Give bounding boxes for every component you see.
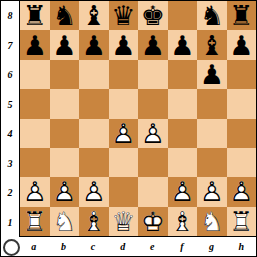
square-f8[interactable] bbox=[168, 1, 198, 30]
square-d7[interactable]: ♟ bbox=[109, 30, 139, 59]
white-to-move-indicator-icon bbox=[3, 239, 20, 256]
square-c7[interactable]: ♟ bbox=[79, 30, 109, 59]
square-c3[interactable] bbox=[79, 148, 109, 177]
square-f1[interactable]: ♝♗ bbox=[168, 207, 198, 236]
rank-label-1: 1 bbox=[1, 208, 19, 238]
white-king-e1: ♚♔ bbox=[138, 207, 168, 236]
square-h5[interactable] bbox=[227, 89, 257, 118]
white-knight-g1: ♞♘ bbox=[197, 207, 227, 236]
square-b6[interactable] bbox=[50, 60, 80, 89]
chess-board: ♜♞♝♛♚♞♜♟♟♟♟♟♟♝♟♟♟♙♟♙♟♙♟♙♟♙♟♙♟♙♟♙♜♖♞♘♝♗♛♕… bbox=[19, 1, 256, 237]
square-g1[interactable]: ♞♘ bbox=[197, 207, 227, 236]
black-pawn-c7: ♟ bbox=[79, 30, 109, 59]
square-d5[interactable] bbox=[109, 89, 139, 118]
white-pawn-e4: ♟♙ bbox=[138, 119, 168, 148]
black-pawn-g6: ♟ bbox=[197, 60, 227, 89]
white-pawn-b2: ♟♙ bbox=[50, 177, 80, 206]
square-c1[interactable]: ♝♗ bbox=[79, 207, 109, 236]
black-knight-g8: ♞ bbox=[197, 1, 227, 30]
white-pawn-c2: ♟♙ bbox=[79, 177, 109, 206]
square-a1[interactable]: ♜♖ bbox=[20, 207, 50, 236]
square-f2[interactable]: ♟♙ bbox=[168, 177, 198, 206]
square-c8[interactable]: ♝ bbox=[79, 1, 109, 30]
square-h7[interactable]: ♟ bbox=[227, 30, 257, 59]
black-pawn-d7: ♟ bbox=[109, 30, 139, 59]
square-a2[interactable]: ♟♙ bbox=[20, 177, 50, 206]
square-g4[interactable] bbox=[197, 119, 227, 148]
square-h1[interactable]: ♜♖ bbox=[227, 207, 257, 236]
black-king-e8: ♚ bbox=[138, 1, 168, 30]
file-label-c: c bbox=[78, 237, 108, 256]
black-pawn-e7: ♟ bbox=[138, 30, 168, 59]
square-h6[interactable] bbox=[227, 60, 257, 89]
rank-label-8: 8 bbox=[1, 1, 19, 31]
square-b1[interactable]: ♞♘ bbox=[50, 207, 80, 236]
white-pawn-g2: ♟♙ bbox=[197, 177, 227, 206]
file-labels: abcdefgh bbox=[19, 237, 256, 256]
file-label-e: e bbox=[138, 237, 168, 256]
square-f7[interactable]: ♟ bbox=[168, 30, 198, 59]
black-pawn-f7: ♟ bbox=[168, 30, 198, 59]
square-b5[interactable] bbox=[50, 89, 80, 118]
square-d3[interactable] bbox=[109, 148, 139, 177]
square-c2[interactable]: ♟♙ bbox=[79, 177, 109, 206]
square-e4[interactable]: ♟♙ bbox=[138, 119, 168, 148]
square-a8[interactable]: ♜ bbox=[20, 1, 50, 30]
chess-diagram: 87654321 ♜♞♝♛♚♞♜♟♟♟♟♟♟♝♟♟♟♙♟♙♟♙♟♙♟♙♟♙♟♙♟… bbox=[0, 0, 257, 257]
white-rook-h1: ♜♖ bbox=[227, 207, 257, 236]
square-h2[interactable]: ♟♙ bbox=[227, 177, 257, 206]
black-pawn-b7: ♟ bbox=[50, 30, 80, 59]
square-b4[interactable] bbox=[50, 119, 80, 148]
rank-label-7: 7 bbox=[1, 31, 19, 61]
square-h8[interactable]: ♜ bbox=[227, 1, 257, 30]
white-pawn-h2: ♟♙ bbox=[227, 177, 257, 206]
square-g2[interactable]: ♟♙ bbox=[197, 177, 227, 206]
black-bishop-c8: ♝ bbox=[79, 1, 109, 30]
square-d8[interactable]: ♛ bbox=[109, 1, 139, 30]
black-queen-d8: ♛ bbox=[109, 1, 139, 30]
white-bishop-c1: ♝♗ bbox=[79, 207, 109, 236]
black-rook-h8: ♜ bbox=[227, 1, 257, 30]
rank-label-5: 5 bbox=[1, 90, 19, 120]
file-label-f: f bbox=[167, 237, 197, 256]
black-knight-b8: ♞ bbox=[50, 1, 80, 30]
square-a3[interactable] bbox=[20, 148, 50, 177]
file-label-g: g bbox=[197, 237, 227, 256]
file-label-b: b bbox=[49, 237, 79, 256]
square-g3[interactable] bbox=[197, 148, 227, 177]
square-g6[interactable]: ♟ bbox=[197, 60, 227, 89]
file-label-d: d bbox=[108, 237, 138, 256]
rank-label-4: 4 bbox=[1, 119, 19, 149]
square-d4[interactable]: ♟♙ bbox=[109, 119, 139, 148]
square-d6[interactable] bbox=[109, 60, 139, 89]
turn-indicator-corner bbox=[1, 237, 19, 256]
square-g7[interactable]: ♝ bbox=[197, 30, 227, 59]
square-a7[interactable]: ♟ bbox=[20, 30, 50, 59]
square-c4[interactable] bbox=[79, 119, 109, 148]
square-b2[interactable]: ♟♙ bbox=[50, 177, 80, 206]
square-c6[interactable] bbox=[79, 60, 109, 89]
square-e1[interactable]: ♚♔ bbox=[138, 207, 168, 236]
white-rook-a1: ♜♖ bbox=[20, 207, 50, 236]
file-label-h: h bbox=[226, 237, 256, 256]
square-f5[interactable] bbox=[168, 89, 198, 118]
square-f6[interactable] bbox=[168, 60, 198, 89]
rank-label-3: 3 bbox=[1, 149, 19, 179]
white-bishop-f1: ♝♗ bbox=[168, 207, 198, 236]
square-g5[interactable] bbox=[197, 89, 227, 118]
white-pawn-f2: ♟♙ bbox=[168, 177, 198, 206]
white-pawn-d4: ♟♙ bbox=[109, 119, 139, 148]
black-rook-a8: ♜ bbox=[20, 1, 50, 30]
square-b7[interactable]: ♟ bbox=[50, 30, 80, 59]
square-g8[interactable]: ♞ bbox=[197, 1, 227, 30]
square-f3[interactable] bbox=[168, 148, 198, 177]
square-h3[interactable] bbox=[227, 148, 257, 177]
square-d2[interactable] bbox=[109, 177, 139, 206]
rank-labels: 87654321 bbox=[1, 1, 19, 237]
square-b8[interactable]: ♞ bbox=[50, 1, 80, 30]
rank-label-2: 2 bbox=[1, 178, 19, 208]
black-pawn-a7: ♟ bbox=[20, 30, 50, 59]
white-queen-d1: ♛♕ bbox=[109, 207, 139, 236]
square-a6[interactable] bbox=[20, 60, 50, 89]
black-pawn-h7: ♟ bbox=[227, 30, 257, 59]
square-f4[interactable] bbox=[168, 119, 198, 148]
square-e8[interactable]: ♚ bbox=[138, 1, 168, 30]
square-e2[interactable] bbox=[138, 177, 168, 206]
white-knight-b1: ♞♘ bbox=[50, 207, 80, 236]
square-b3[interactable] bbox=[50, 148, 80, 177]
square-e6[interactable] bbox=[138, 60, 168, 89]
file-label-a: a bbox=[19, 237, 49, 256]
square-e5[interactable] bbox=[138, 89, 168, 118]
rank-label-6: 6 bbox=[1, 60, 19, 90]
square-a4[interactable] bbox=[20, 119, 50, 148]
white-pawn-a2: ♟♙ bbox=[20, 177, 50, 206]
square-a5[interactable] bbox=[20, 89, 50, 118]
square-d1[interactable]: ♛♕ bbox=[109, 207, 139, 236]
black-bishop-g7: ♝ bbox=[197, 30, 227, 59]
square-h4[interactable] bbox=[227, 119, 257, 148]
square-e7[interactable]: ♟ bbox=[138, 30, 168, 59]
square-e3[interactable] bbox=[138, 148, 168, 177]
square-c5[interactable] bbox=[79, 89, 109, 118]
